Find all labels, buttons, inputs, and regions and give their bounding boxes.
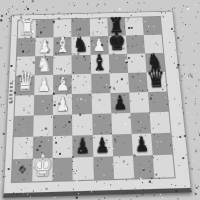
piece-black-knight[interactable]: ♞ <box>73 34 89 55</box>
square-g1[interactable] <box>133 155 155 178</box>
square-b4[interactable] <box>34 95 53 116</box>
piece-black-pawn[interactable]: ♟ <box>134 135 149 156</box>
square-h4[interactable] <box>148 92 169 113</box>
square-b8[interactable] <box>36 20 54 38</box>
square-d5[interactable] <box>72 74 91 94</box>
photo-scene: ♜♜♟♝♞♟♚♞♝♞♛♟♟♛♟♟♟♟♟❖♚ <box>0 0 200 200</box>
square-c7[interactable]: ♝ <box>54 37 72 56</box>
square-h3[interactable] <box>149 112 170 134</box>
square-e2[interactable]: ♟ <box>92 134 113 156</box>
square-f3[interactable] <box>111 113 131 135</box>
piece-white-pawn[interactable]: ♟ <box>37 76 51 95</box>
square-c6[interactable] <box>53 55 72 75</box>
square-a4[interactable] <box>15 95 35 116</box>
board-margin-stamp <box>9 82 13 103</box>
square-e8[interactable] <box>89 18 107 36</box>
square-h1[interactable] <box>153 155 175 178</box>
square-f6[interactable] <box>108 54 127 73</box>
piece-white-knight[interactable]: ♞ <box>36 53 52 75</box>
piece-black-pawn[interactable]: ♟ <box>76 136 90 157</box>
piece-white-rook[interactable]: ♜ <box>19 17 36 39</box>
square-a8[interactable]: ♜ <box>18 20 36 38</box>
piece-black-pawn[interactable]: ♟ <box>95 136 110 157</box>
chess-board: ♜♜♟♝♞♟♚♞♝♞♛♟♟♛♟♟♟♟♟❖♚ <box>3 11 192 198</box>
piece-black-king[interactable]: ♚ <box>108 30 127 55</box>
square-d4[interactable] <box>72 94 91 115</box>
square-a5[interactable]: ♛ <box>15 75 34 95</box>
square-d3[interactable] <box>72 114 92 136</box>
square-e1[interactable] <box>93 156 114 179</box>
square-c2[interactable] <box>53 136 73 158</box>
square-f1[interactable] <box>113 156 134 179</box>
square-b1[interactable]: ♚ <box>32 158 53 181</box>
piece-white-pawn[interactable]: ♟ <box>56 76 69 95</box>
square-c1[interactable] <box>53 157 73 180</box>
square-b6[interactable]: ♞ <box>35 56 54 76</box>
square-b5[interactable]: ♟ <box>34 75 53 95</box>
piece-white-pawn[interactable]: ♟ <box>56 95 70 115</box>
square-a2[interactable] <box>13 137 34 160</box>
square-f4[interactable]: ♟ <box>110 93 130 114</box>
piece-black-queen[interactable]: ♛ <box>146 66 166 92</box>
square-a7[interactable] <box>17 38 36 57</box>
square-a1[interactable]: ❖ <box>12 159 33 182</box>
board-emblem-a1: ❖ <box>18 164 28 177</box>
square-c4[interactable]: ♟ <box>53 94 72 115</box>
square-b3[interactable] <box>33 115 53 137</box>
square-g4[interactable] <box>129 92 149 113</box>
square-c5[interactable]: ♟ <box>53 74 72 94</box>
square-g8[interactable] <box>125 17 144 35</box>
square-g6[interactable] <box>127 53 147 72</box>
square-g7[interactable] <box>126 35 145 54</box>
piece-white-queen[interactable]: ♛ <box>16 69 35 95</box>
square-e4[interactable] <box>91 93 111 114</box>
square-h8[interactable] <box>142 17 161 35</box>
square-f5[interactable] <box>109 73 129 93</box>
square-d1[interactable] <box>73 157 94 180</box>
square-h2[interactable] <box>151 133 173 155</box>
square-g5[interactable] <box>128 72 148 92</box>
square-h5[interactable]: ♛ <box>146 72 166 92</box>
square-d2[interactable]: ♟ <box>73 135 93 157</box>
square-a3[interactable] <box>14 116 34 138</box>
square-g3[interactable] <box>130 112 151 134</box>
square-f2[interactable] <box>112 134 133 156</box>
square-c3[interactable] <box>53 114 73 136</box>
square-g2[interactable]: ♟ <box>131 133 152 155</box>
board-grid: ♜♜♟♝♞♟♚♞♝♞♛♟♟♛♟♟♟♟♟❖♚ <box>11 16 176 183</box>
piece-black-bishop[interactable]: ♝ <box>92 52 108 74</box>
piece-black-pawn[interactable]: ♟ <box>113 94 127 114</box>
piece-white-king[interactable]: ♚ <box>32 151 52 181</box>
square-d6[interactable] <box>72 55 91 75</box>
square-e5[interactable] <box>91 73 110 93</box>
square-e3[interactable] <box>92 113 112 135</box>
square-d7[interactable]: ♞ <box>72 36 90 55</box>
piece-white-bishop[interactable]: ♝ <box>55 35 70 56</box>
square-f7[interactable]: ♚ <box>108 36 127 55</box>
square-e6[interactable]: ♝ <box>90 54 109 73</box>
